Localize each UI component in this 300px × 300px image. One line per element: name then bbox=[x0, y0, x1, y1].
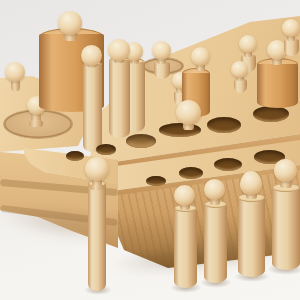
hole bbox=[126, 134, 156, 148]
knob bbox=[152, 41, 171, 60]
knob bbox=[231, 61, 248, 78]
hole bbox=[207, 117, 241, 133]
hole bbox=[214, 158, 242, 171]
large-knob-in-hole bbox=[176, 100, 201, 125]
knob bbox=[204, 179, 225, 200]
large-cylinder-knob bbox=[58, 11, 82, 35]
foreground-cylinder-1 bbox=[174, 208, 197, 288]
tall-thin-cylinder-right bbox=[109, 60, 130, 138]
hole bbox=[159, 123, 201, 137]
foreground-cylinder-4 bbox=[272, 187, 300, 270]
foreground-cylinder-2 bbox=[204, 204, 227, 283]
hole bbox=[253, 106, 289, 122]
knob bbox=[239, 35, 257, 53]
knobbed-peg bbox=[284, 39, 299, 56]
knob bbox=[174, 185, 195, 206]
hole bbox=[66, 151, 84, 161]
knob-base bbox=[29, 120, 43, 127]
tall-thin-cylinder-left bbox=[83, 64, 102, 152]
knobbed-peg bbox=[234, 79, 247, 93]
hole bbox=[179, 167, 203, 179]
knob bbox=[85, 157, 109, 181]
knob bbox=[191, 47, 210, 66]
knob-back-left bbox=[5, 62, 25, 82]
acorn-knob bbox=[240, 171, 262, 195]
hole bbox=[96, 144, 116, 155]
knob-base bbox=[90, 185, 104, 190]
amber-cylinder-2 bbox=[257, 64, 298, 108]
montessori-cylinder-blocks-photo bbox=[0, 0, 300, 300]
knobbed-socket-peg bbox=[154, 62, 170, 79]
knob bbox=[282, 19, 300, 37]
knob bbox=[274, 159, 297, 182]
foreground-thin-cylinder bbox=[88, 183, 106, 291]
foreground-cylinder-3 bbox=[238, 197, 265, 277]
knob bbox=[108, 39, 130, 61]
hole bbox=[146, 176, 166, 186]
knob bbox=[81, 45, 102, 66]
